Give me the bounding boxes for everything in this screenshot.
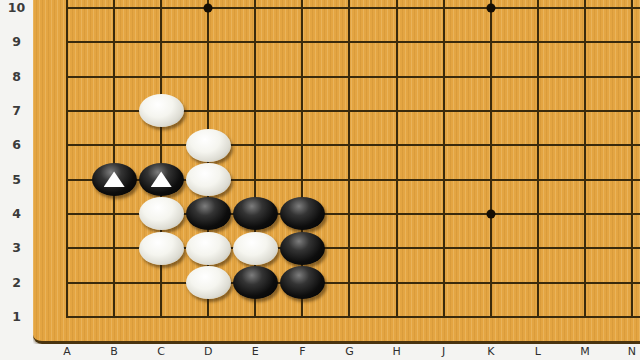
- intersection-D9[interactable]: [185, 25, 232, 59]
- intersection-E8[interactable]: [232, 59, 279, 93]
- intersection-E10[interactable]: [232, 0, 279, 25]
- row-label-2: 2: [0, 274, 33, 292]
- black-stone-E2[interactable]: [233, 266, 278, 299]
- intersection-K9[interactable]: [467, 25, 514, 59]
- intersection-E5[interactable]: [232, 162, 279, 196]
- intersection-N10[interactable]: [608, 0, 640, 25]
- intersection-C8[interactable]: [138, 59, 185, 93]
- intersection-E4[interactable]: [232, 197, 279, 231]
- intersection-H2[interactable]: [373, 265, 420, 299]
- intersection-H10[interactable]: [373, 0, 420, 25]
- row-label-4: 4: [0, 205, 33, 223]
- intersection-F4[interactable]: [279, 197, 326, 231]
- row-label-3: 3: [0, 239, 33, 257]
- intersection-N6[interactable]: [608, 128, 640, 162]
- column-label-N: N: [619, 345, 640, 359]
- triangle-mark-icon: [151, 171, 172, 187]
- intersection-N3[interactable]: [608, 231, 640, 265]
- intersection-J9[interactable]: [420, 25, 467, 59]
- intersection-L3[interactable]: [514, 231, 561, 265]
- intersection-C1[interactable]: [138, 300, 185, 334]
- intersection-N2[interactable]: [608, 265, 640, 299]
- intersection-M4[interactable]: [561, 197, 608, 231]
- intersection-E1[interactable]: [232, 300, 279, 334]
- column-label-C: C: [148, 345, 174, 359]
- intersection-F1[interactable]: [279, 300, 326, 334]
- white-stone-C3[interactable]: [139, 232, 184, 265]
- intersection-A9[interactable]: [44, 25, 91, 59]
- intersection-A8[interactable]: [44, 59, 91, 93]
- intersection-A10[interactable]: [44, 0, 91, 25]
- intersection-M3[interactable]: [561, 231, 608, 265]
- intersection-K10[interactable]: [467, 0, 514, 25]
- intersection-J8[interactable]: [420, 59, 467, 93]
- intersection-D7[interactable]: [185, 94, 232, 128]
- intersection-G10[interactable]: [326, 0, 373, 25]
- intersection-E7[interactable]: [232, 94, 279, 128]
- intersection-L10[interactable]: [514, 0, 561, 25]
- star-point-D10: [204, 3, 213, 12]
- intersection-J4[interactable]: [420, 197, 467, 231]
- row-label-6: 6: [0, 136, 33, 154]
- white-stone-E3[interactable]: [233, 232, 278, 265]
- intersection-H5[interactable]: [373, 162, 420, 196]
- intersection-J1[interactable]: [420, 300, 467, 334]
- intersection-B2[interactable]: [91, 265, 138, 299]
- intersection-B1[interactable]: [91, 300, 138, 334]
- intersection-D5[interactable]: [185, 162, 232, 196]
- intersection-G1[interactable]: [326, 300, 373, 334]
- intersection-K3[interactable]: [467, 231, 514, 265]
- intersection-H1[interactable]: [373, 300, 420, 334]
- column-label-L: L: [525, 345, 551, 359]
- column-label-D: D: [195, 345, 221, 359]
- row-label-5: 5: [0, 171, 33, 189]
- row-label-10: 10: [0, 0, 33, 17]
- intersection-A3[interactable]: [44, 231, 91, 265]
- column-label-H: H: [384, 345, 410, 359]
- intersection-N4[interactable]: [608, 197, 640, 231]
- intersection-L4[interactable]: [514, 197, 561, 231]
- white-stone-C7[interactable]: [139, 94, 184, 127]
- intersection-G7[interactable]: [326, 94, 373, 128]
- intersection-J7[interactable]: [420, 94, 467, 128]
- intersection-B4[interactable]: [91, 197, 138, 231]
- column-label-J: J: [431, 345, 457, 359]
- intersection-C4[interactable]: [138, 197, 185, 231]
- intersection-D2[interactable]: [185, 265, 232, 299]
- intersection-M2[interactable]: [561, 265, 608, 299]
- column-coordinate-strip: ABCDEFGHJKLMN: [0, 344, 640, 360]
- intersection-N8[interactable]: [608, 59, 640, 93]
- triangle-mark-icon: [104, 171, 125, 187]
- intersection-E9[interactable]: [232, 25, 279, 59]
- intersection-C3[interactable]: [138, 231, 185, 265]
- intersection-N7[interactable]: [608, 94, 640, 128]
- intersection-F8[interactable]: [279, 59, 326, 93]
- intersection-F5[interactable]: [279, 162, 326, 196]
- intersection-K4[interactable]: [467, 197, 514, 231]
- intersection-A1[interactable]: [44, 300, 91, 334]
- star-point-K10: [486, 3, 495, 12]
- intersection-G2[interactable]: [326, 265, 373, 299]
- row-coordinate-strip: 10987654321: [0, 0, 33, 344]
- row-label-1: 1: [0, 308, 33, 326]
- intersection-B10[interactable]: [91, 0, 138, 25]
- white-stone-D2[interactable]: [186, 266, 231, 299]
- intersection-H9[interactable]: [373, 25, 420, 59]
- intersection-grid: [44, 0, 640, 334]
- row-label-7: 7: [0, 102, 33, 120]
- intersection-K7[interactable]: [467, 94, 514, 128]
- intersection-B6[interactable]: [91, 128, 138, 162]
- intersection-H3[interactable]: [373, 231, 420, 265]
- black-stone-F2[interactable]: [280, 266, 325, 299]
- intersection-J6[interactable]: [420, 128, 467, 162]
- intersection-L8[interactable]: [514, 59, 561, 93]
- intersection-D4[interactable]: [185, 197, 232, 231]
- intersection-C9[interactable]: [138, 25, 185, 59]
- intersection-D3[interactable]: [185, 231, 232, 265]
- intersection-A2[interactable]: [44, 265, 91, 299]
- intersection-M9[interactable]: [561, 25, 608, 59]
- go-board-diagram: 10987654321 ABCDEFGHJKLMN: [0, 0, 640, 360]
- intersection-G6[interactable]: [326, 128, 373, 162]
- intersection-K1[interactable]: [467, 300, 514, 334]
- intersection-J2[interactable]: [420, 265, 467, 299]
- go-board[interactable]: [33, 0, 640, 344]
- intersection-B9[interactable]: [91, 25, 138, 59]
- intersection-C2[interactable]: [138, 265, 185, 299]
- intersection-B8[interactable]: [91, 59, 138, 93]
- intersection-M5[interactable]: [561, 162, 608, 196]
- intersection-L5[interactable]: [514, 162, 561, 196]
- intersection-A4[interactable]: [44, 197, 91, 231]
- intersection-J5[interactable]: [420, 162, 467, 196]
- intersection-G5[interactable]: [326, 162, 373, 196]
- intersection-J3[interactable]: [420, 231, 467, 265]
- white-stone-C4[interactable]: [139, 197, 184, 230]
- black-stone-E4[interactable]: [233, 197, 278, 230]
- column-label-A: A: [54, 345, 80, 359]
- row-label-8: 8: [0, 68, 33, 86]
- intersection-C7[interactable]: [138, 94, 185, 128]
- intersection-H6[interactable]: [373, 128, 420, 162]
- black-stone-D4[interactable]: [186, 197, 231, 230]
- intersection-L1[interactable]: [514, 300, 561, 334]
- intersection-A7[interactable]: [44, 94, 91, 128]
- intersection-N5[interactable]: [608, 162, 640, 196]
- white-stone-D5[interactable]: [186, 163, 231, 196]
- intersection-F9[interactable]: [279, 25, 326, 59]
- intersection-B5[interactable]: [91, 162, 138, 196]
- intersection-M1[interactable]: [561, 300, 608, 334]
- intersection-B7[interactable]: [91, 94, 138, 128]
- intersection-F3[interactable]: [279, 231, 326, 265]
- intersection-G8[interactable]: [326, 59, 373, 93]
- intersection-H4[interactable]: [373, 197, 420, 231]
- white-stone-D3[interactable]: [186, 232, 231, 265]
- intersection-D10[interactable]: [185, 0, 232, 25]
- intersection-L6[interactable]: [514, 128, 561, 162]
- intersection-K2[interactable]: [467, 265, 514, 299]
- intersection-J10[interactable]: [420, 0, 467, 25]
- intersection-H8[interactable]: [373, 59, 420, 93]
- intersection-D1[interactable]: [185, 300, 232, 334]
- intersection-E2[interactable]: [232, 265, 279, 299]
- intersection-F7[interactable]: [279, 94, 326, 128]
- intersection-M8[interactable]: [561, 59, 608, 93]
- column-label-M: M: [572, 345, 598, 359]
- black-stone-F4[interactable]: [280, 197, 325, 230]
- intersection-N1[interactable]: [608, 300, 640, 334]
- intersection-K6[interactable]: [467, 128, 514, 162]
- intersection-M7[interactable]: [561, 94, 608, 128]
- intersection-D8[interactable]: [185, 59, 232, 93]
- black-stone-C5[interactable]: [139, 163, 184, 196]
- intersection-D6[interactable]: [185, 128, 232, 162]
- intersection-G9[interactable]: [326, 25, 373, 59]
- intersection-E6[interactable]: [232, 128, 279, 162]
- intersection-C6[interactable]: [138, 128, 185, 162]
- intersection-G3[interactable]: [326, 231, 373, 265]
- intersection-A5[interactable]: [44, 162, 91, 196]
- intersection-K8[interactable]: [467, 59, 514, 93]
- black-stone-B5[interactable]: [92, 163, 137, 196]
- intersection-F6[interactable]: [279, 128, 326, 162]
- intersection-E3[interactable]: [232, 231, 279, 265]
- intersection-G4[interactable]: [326, 197, 373, 231]
- intersection-F10[interactable]: [279, 0, 326, 25]
- white-stone-D6[interactable]: [186, 129, 231, 162]
- intersection-M10[interactable]: [561, 0, 608, 25]
- intersection-L2[interactable]: [514, 265, 561, 299]
- star-point-K4: [486, 209, 495, 218]
- intersection-N9[interactable]: [608, 25, 640, 59]
- intersection-M6[interactable]: [561, 128, 608, 162]
- column-label-G: G: [336, 345, 362, 359]
- column-label-B: B: [101, 345, 127, 359]
- intersection-L7[interactable]: [514, 94, 561, 128]
- column-label-E: E: [242, 345, 268, 359]
- intersection-F2[interactable]: [279, 265, 326, 299]
- column-label-K: K: [478, 345, 504, 359]
- column-label-F: F: [289, 345, 315, 359]
- intersection-C5[interactable]: [138, 162, 185, 196]
- intersection-K5[interactable]: [467, 162, 514, 196]
- intersection-C10[interactable]: [138, 0, 185, 25]
- intersection-L9[interactable]: [514, 25, 561, 59]
- intersection-B3[interactable]: [91, 231, 138, 265]
- intersection-A6[interactable]: [44, 128, 91, 162]
- row-label-9: 9: [0, 33, 33, 51]
- black-stone-F3[interactable]: [280, 232, 325, 265]
- intersection-H7[interactable]: [373, 94, 420, 128]
